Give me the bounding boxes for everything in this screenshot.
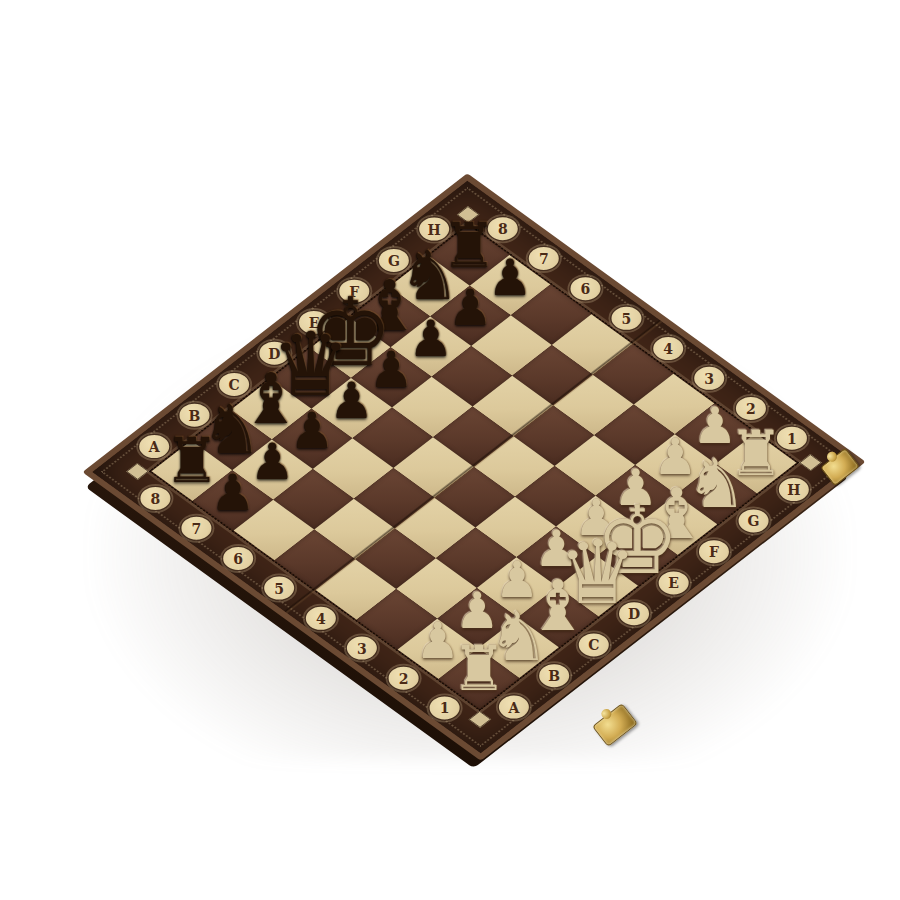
rank-label-5: 5 [264, 575, 296, 600]
rank-label-7: 7 [528, 246, 560, 271]
black-pawn[interactable]: ♟ [448, 283, 493, 333]
rank-label-5: 5 [611, 306, 643, 331]
black-pawn[interactable]: ♟ [210, 467, 255, 517]
corner-marker-icon [469, 711, 492, 728]
rank-label-6: 6 [570, 276, 602, 301]
black-pawn[interactable]: ♟ [250, 437, 295, 487]
black-pawn[interactable]: ♟ [408, 314, 453, 364]
rank-label-3: 3 [694, 366, 726, 391]
rank-label-7: 7 [181, 516, 213, 541]
rank-label-4: 4 [652, 336, 684, 361]
corner-marker-icon [126, 463, 149, 480]
white-rook[interactable]: ♜ [451, 638, 507, 700]
rank-label-3: 3 [346, 635, 378, 660]
black-pawn[interactable]: ♟ [369, 344, 414, 394]
black-pawn[interactable]: ♟ [290, 406, 335, 456]
black-pawn[interactable]: ♟ [329, 375, 374, 425]
black-pawn[interactable]: ♟ [488, 252, 533, 302]
product-photo-scene: 88HH77GG66FF55EE44DD33CC22BB11AA ♜♟♟♜♞♟♟… [0, 0, 900, 900]
rank-label-4: 4 [305, 605, 337, 630]
corner-marker-icon [799, 454, 822, 471]
rank-label-6: 6 [222, 546, 254, 571]
